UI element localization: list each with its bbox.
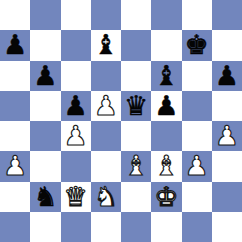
square-h1[interactable] xyxy=(212,212,242,242)
square-b8[interactable] xyxy=(30,0,60,30)
square-h6[interactable]: ♟ xyxy=(212,61,242,91)
square-d2[interactable]: ♞ xyxy=(91,182,121,212)
square-c5[interactable]: ♟ xyxy=(61,91,91,121)
square-h5[interactable] xyxy=(212,91,242,121)
square-c6[interactable] xyxy=(61,61,91,91)
square-g2[interactable] xyxy=(182,182,212,212)
white-queen[interactable]: ♛ xyxy=(64,182,88,212)
white-pawn[interactable]: ♟ xyxy=(215,121,239,151)
square-h7[interactable] xyxy=(212,30,242,60)
square-b4[interactable] xyxy=(30,121,60,151)
square-e6[interactable] xyxy=(121,61,151,91)
white-pawn[interactable]: ♟ xyxy=(185,151,209,181)
square-f7[interactable] xyxy=(151,30,181,60)
square-d4[interactable] xyxy=(91,121,121,151)
square-f1[interactable] xyxy=(151,212,181,242)
square-h8[interactable] xyxy=(212,0,242,30)
square-b3[interactable] xyxy=(30,151,60,181)
square-g3[interactable]: ♟ xyxy=(182,151,212,181)
black-pawn[interactable]: ♟ xyxy=(64,91,88,121)
square-b6[interactable]: ♟ xyxy=(30,61,60,91)
square-h3[interactable] xyxy=(212,151,242,181)
square-d3[interactable] xyxy=(91,151,121,181)
square-a4[interactable] xyxy=(0,121,30,151)
square-g1[interactable] xyxy=(182,212,212,242)
white-bishop[interactable]: ♝ xyxy=(154,151,178,181)
square-a5[interactable] xyxy=(0,91,30,121)
white-pawn[interactable]: ♟ xyxy=(64,121,88,151)
black-king[interactable]: ♚ xyxy=(185,30,209,60)
square-a1[interactable] xyxy=(0,212,30,242)
black-queen[interactable]: ♛ xyxy=(124,91,148,121)
square-g4[interactable] xyxy=(182,121,212,151)
square-f2[interactable]: ♚ xyxy=(151,182,181,212)
square-d1[interactable] xyxy=(91,212,121,242)
square-f5[interactable]: ♟ xyxy=(151,91,181,121)
square-e3[interactable]: ♝ xyxy=(121,151,151,181)
square-h4[interactable]: ♟ xyxy=(212,121,242,151)
square-e4[interactable] xyxy=(121,121,151,151)
square-f6[interactable]: ♝ xyxy=(151,61,181,91)
square-a3[interactable]: ♟ xyxy=(0,151,30,181)
white-pawn[interactable]: ♟ xyxy=(3,151,27,181)
square-b5[interactable] xyxy=(30,91,60,121)
square-d7[interactable]: ♝ xyxy=(91,30,121,60)
square-f3[interactable]: ♝ xyxy=(151,151,181,181)
square-a2[interactable] xyxy=(0,182,30,212)
square-f4[interactable] xyxy=(151,121,181,151)
square-e7[interactable] xyxy=(121,30,151,60)
square-c2[interactable]: ♛ xyxy=(61,182,91,212)
square-g6[interactable] xyxy=(182,61,212,91)
square-h2[interactable] xyxy=(212,182,242,212)
white-knight[interactable]: ♞ xyxy=(94,182,118,212)
chess-board: ♟♝♚♟♝♟♟♟♛♟♟♟♟♝♝♟♞♛♞♚ xyxy=(0,0,242,242)
square-e1[interactable] xyxy=(121,212,151,242)
square-c1[interactable] xyxy=(61,212,91,242)
black-bishop[interactable]: ♝ xyxy=(94,30,118,60)
square-a8[interactable] xyxy=(0,0,30,30)
square-e8[interactable] xyxy=(121,0,151,30)
square-d5[interactable]: ♟ xyxy=(91,91,121,121)
black-bishop[interactable]: ♝ xyxy=(154,61,178,91)
square-b2[interactable]: ♞ xyxy=(30,182,60,212)
black-pawn[interactable]: ♟ xyxy=(154,91,178,121)
square-c7[interactable] xyxy=(61,30,91,60)
square-a7[interactable]: ♟ xyxy=(0,30,30,60)
square-g7[interactable]: ♚ xyxy=(182,30,212,60)
black-pawn[interactable]: ♟ xyxy=(33,61,57,91)
square-d8[interactable] xyxy=(91,0,121,30)
square-b7[interactable] xyxy=(30,30,60,60)
black-pawn[interactable]: ♟ xyxy=(3,30,27,60)
square-g8[interactable] xyxy=(182,0,212,30)
square-e2[interactable] xyxy=(121,182,151,212)
square-d6[interactable] xyxy=(91,61,121,91)
white-king[interactable]: ♚ xyxy=(154,182,178,212)
square-f8[interactable] xyxy=(151,0,181,30)
white-bishop[interactable]: ♝ xyxy=(124,151,148,181)
black-pawn[interactable]: ♟ xyxy=(215,61,239,91)
square-b1[interactable] xyxy=(30,212,60,242)
square-c8[interactable] xyxy=(61,0,91,30)
square-e5[interactable]: ♛ xyxy=(121,91,151,121)
black-knight[interactable]: ♞ xyxy=(33,182,57,212)
square-c4[interactable]: ♟ xyxy=(61,121,91,151)
white-pawn[interactable]: ♟ xyxy=(94,91,118,121)
square-a6[interactable] xyxy=(0,61,30,91)
square-g5[interactable] xyxy=(182,91,212,121)
square-c3[interactable] xyxy=(61,151,91,181)
